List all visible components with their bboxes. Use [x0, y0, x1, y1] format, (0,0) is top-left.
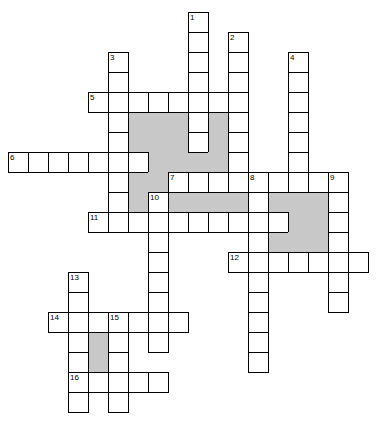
answer-cell-r18c5[interactable]: [108, 372, 129, 393]
answer-cell-r12c12[interactable]: [248, 252, 269, 273]
answer-cell-r7c1[interactable]: [28, 152, 49, 173]
shaded-cell-r9c8: [168, 192, 189, 213]
shaded-cell-r5c6: [128, 112, 149, 133]
answer-cell-r8c13[interactable]: [268, 172, 289, 193]
answer-cell-r15c2[interactable]: 14: [48, 312, 69, 333]
answer-cell-r10c5[interactable]: [108, 212, 129, 233]
shaded-cell-r5c10: [208, 112, 229, 133]
answer-cell-r8c16[interactable]: 9: [328, 172, 349, 193]
answer-cell-r8c8[interactable]: 7: [168, 172, 189, 193]
answer-cell-r6c11[interactable]: [228, 132, 249, 153]
shaded-cell-r11c15: [308, 232, 329, 253]
shaded-cell-r6c8: [168, 132, 189, 153]
answer-cell-r13c3[interactable]: 13: [68, 272, 89, 293]
answer-cell-r3c11[interactable]: [228, 72, 249, 93]
answer-cell-r4c6[interactable]: [128, 92, 149, 113]
answer-cell-r7c2[interactable]: [48, 152, 69, 173]
shaded-cell-r7c7: [148, 152, 169, 173]
answer-cell-r1c9[interactable]: [188, 32, 209, 53]
answer-cell-r12c15[interactable]: [308, 252, 329, 273]
answer-cell-r10c7[interactable]: [148, 212, 169, 233]
shaded-cell-r10c14: [288, 212, 309, 233]
answer-cell-r16c5[interactable]: [108, 332, 129, 353]
answer-cell-r8c5[interactable]: [108, 172, 129, 193]
shaded-cell-r16c4: [88, 332, 109, 353]
answer-cell-r12c13[interactable]: [268, 252, 289, 273]
answer-cell-r7c0[interactable]: 6: [8, 152, 29, 173]
answer-cell-r7c5[interactable]: [108, 152, 129, 173]
answer-cell-r9c5[interactable]: [108, 192, 129, 213]
shaded-cell-r6c7: [148, 132, 169, 153]
shaded-cell-r5c8: [168, 112, 189, 133]
answer-cell-r10c13[interactable]: [268, 212, 289, 233]
answer-cell-r18c3[interactable]: 16: [68, 372, 89, 393]
answer-cell-r4c14[interactable]: [288, 92, 309, 113]
answer-cell-r18c6[interactable]: [128, 372, 149, 393]
answer-cell-r17c12[interactable]: [248, 352, 269, 373]
answer-cell-r8c9[interactable]: [188, 172, 209, 193]
answer-cell-r4c11[interactable]: [228, 92, 249, 113]
answer-cell-r16c12[interactable]: [248, 332, 269, 353]
answer-cell-r7c6[interactable]: [128, 152, 149, 173]
clue-number-8: 8: [250, 173, 254, 182]
shaded-cell-r7c8: [168, 152, 189, 173]
shaded-cell-r9c13: [268, 192, 289, 213]
answer-cell-r4c10[interactable]: [208, 92, 229, 113]
answer-cell-r4c5[interactable]: [108, 92, 129, 113]
answer-cell-r13c7[interactable]: [148, 272, 169, 293]
clue-number-5: 5: [90, 93, 94, 102]
answer-cell-r10c16[interactable]: [328, 212, 349, 233]
clue-number-14: 14: [50, 313, 59, 322]
answer-cell-r10c8[interactable]: [168, 212, 189, 233]
clue-number-6: 6: [10, 153, 14, 162]
answer-cell-r0c9[interactable]: 1: [188, 12, 209, 33]
answer-cell-r9c7[interactable]: 10: [148, 192, 169, 213]
shaded-cell-r11c13: [268, 232, 289, 253]
answer-cell-r8c11[interactable]: [228, 172, 249, 193]
shaded-cell-r6c6: [128, 132, 149, 153]
answer-cell-r3c14[interactable]: [288, 72, 309, 93]
answer-cell-r11c16[interactable]: [328, 232, 349, 253]
answer-cell-r8c15[interactable]: [308, 172, 329, 193]
answer-cell-r12c17[interactable]: [348, 252, 369, 273]
clue-number-4: 4: [290, 53, 294, 62]
answer-cell-r15c4[interactable]: [88, 312, 109, 333]
clue-number-16: 16: [70, 373, 79, 382]
answer-cell-r8c10[interactable]: [208, 172, 229, 193]
answer-cell-r7c3[interactable]: [68, 152, 89, 173]
answer-cell-r15c6[interactable]: [128, 312, 149, 333]
answer-cell-r12c14[interactable]: [288, 252, 309, 273]
answer-cell-r7c14[interactable]: [288, 152, 309, 173]
answer-cell-r8c14[interactable]: [288, 172, 309, 193]
shaded-cell-r9c10: [208, 192, 229, 213]
answer-cell-r10c4[interactable]: 11: [88, 212, 109, 233]
answer-cell-r19c3[interactable]: [68, 392, 89, 413]
answer-cell-r10c6[interactable]: [128, 212, 149, 233]
shaded-cell-r9c11: [228, 192, 249, 213]
answer-cell-r9c16[interactable]: [328, 192, 349, 213]
page: 12345678910111213141516: [0, 0, 386, 421]
answer-cell-r4c9[interactable]: [188, 92, 209, 113]
answer-cell-r2c11[interactable]: [228, 52, 249, 73]
clue-number-1: 1: [190, 13, 194, 22]
answer-cell-r14c7[interactable]: [148, 292, 169, 313]
answer-cell-r7c11[interactable]: [228, 152, 249, 173]
answer-cell-r6c5[interactable]: [108, 132, 129, 153]
answer-cell-r5c11[interactable]: [228, 112, 249, 133]
answer-cell-r8c12[interactable]: 8: [248, 172, 269, 193]
shaded-cell-r9c15: [308, 192, 329, 213]
answer-cell-r12c16[interactable]: [328, 252, 349, 273]
answer-cell-r4c7[interactable]: [148, 92, 169, 113]
clue-number-11: 11: [90, 213, 98, 222]
clue-number-15: 15: [110, 313, 119, 322]
answer-cell-r14c12[interactable]: [248, 292, 269, 313]
clue-number-2: 2: [230, 33, 234, 42]
answer-cell-r4c4[interactable]: 5: [88, 92, 109, 113]
answer-cell-r18c4[interactable]: [88, 372, 109, 393]
answer-cell-r19c5[interactable]: [108, 392, 129, 413]
answer-cell-r3c9[interactable]: [188, 72, 209, 93]
shaded-cell-r9c14: [288, 192, 309, 213]
answer-cell-r16c3[interactable]: [68, 332, 89, 353]
answer-cell-r2c9[interactable]: [188, 52, 209, 73]
answer-cell-r12c11[interactable]: 12: [228, 252, 249, 273]
shaded-cell-r11c14: [288, 232, 309, 253]
answer-cell-r7c4[interactable]: [88, 152, 109, 173]
answer-cell-r10c10[interactable]: [208, 212, 229, 233]
answer-cell-r15c8[interactable]: [168, 312, 189, 333]
answer-cell-r17c3[interactable]: [68, 352, 89, 373]
answer-cell-r5c9[interactable]: [188, 112, 209, 133]
answer-cell-r4c8[interactable]: [168, 92, 189, 113]
answer-cell-r10c12[interactable]: [248, 212, 269, 233]
clue-number-7: 7: [170, 173, 174, 182]
clue-number-13: 13: [70, 273, 79, 282]
answer-cell-r6c9[interactable]: [188, 132, 209, 153]
shaded-cell-r9c6: [128, 192, 149, 213]
answer-cell-r5c14[interactable]: [288, 112, 309, 133]
answer-cell-r18c7[interactable]: [148, 372, 169, 393]
answer-cell-r12c7[interactable]: [148, 252, 169, 273]
answer-cell-r2c5[interactable]: 3: [108, 52, 129, 73]
answer-cell-r14c3[interactable]: [68, 292, 89, 313]
shaded-cell-r17c4: [88, 352, 109, 373]
shaded-cell-r8c7: [148, 172, 169, 193]
answer-cell-r13c16[interactable]: [328, 272, 349, 293]
answer-cell-r15c3[interactable]: [68, 312, 89, 333]
shaded-cell-r8c6: [128, 172, 149, 193]
answer-cell-r3c5[interactable]: [108, 72, 129, 93]
answer-cell-r9c12[interactable]: [248, 192, 269, 213]
answer-cell-r1c11[interactable]: 2: [228, 32, 249, 53]
shaded-cell-r10c15: [308, 212, 329, 233]
answer-cell-r11c12[interactable]: [248, 232, 269, 253]
answer-cell-r15c12[interactable]: [248, 312, 269, 333]
clue-number-3: 3: [110, 53, 114, 62]
shaded-cell-r9c9: [188, 192, 209, 213]
answer-cell-r11c7[interactable]: [148, 232, 169, 253]
answer-cell-r16c7[interactable]: [148, 332, 169, 353]
answer-cell-r5c5[interactable]: [108, 112, 129, 133]
crossword-board: 12345678910111213141516: [0, 0, 386, 421]
clue-number-10: 10: [150, 193, 159, 202]
answer-cell-r2c14[interactable]: 4: [288, 52, 309, 73]
shaded-cell-r7c9: [188, 152, 209, 173]
answer-cell-r15c7[interactable]: [148, 312, 169, 333]
shaded-cell-r7c10: [208, 152, 229, 173]
clue-number-12: 12: [230, 253, 239, 262]
answer-cell-r10c11[interactable]: [228, 212, 249, 233]
clue-number-9: 9: [330, 173, 334, 182]
answer-cell-r17c5[interactable]: [108, 352, 129, 373]
answer-cell-r14c16[interactable]: [328, 292, 349, 313]
shaded-cell-r5c7: [148, 112, 169, 133]
shaded-cell-r6c10: [208, 132, 229, 153]
answer-cell-r15c5[interactable]: 15: [108, 312, 129, 333]
answer-cell-r10c9[interactable]: [188, 212, 209, 233]
answer-cell-r6c14[interactable]: [288, 132, 309, 153]
answer-cell-r13c12[interactable]: [248, 272, 269, 293]
